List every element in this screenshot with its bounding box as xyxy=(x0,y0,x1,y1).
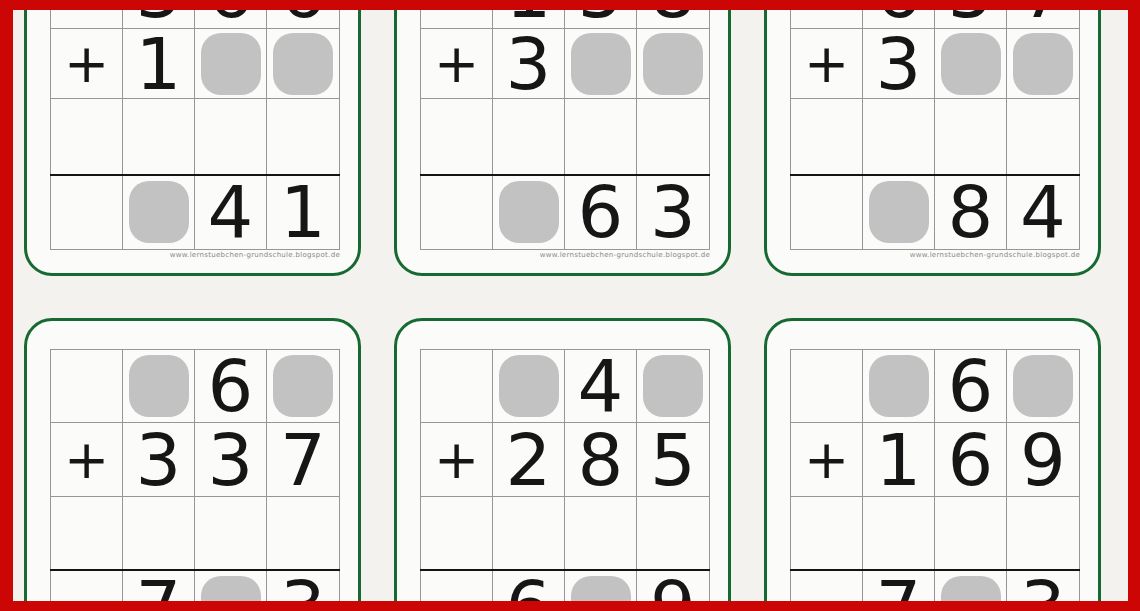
blank-cell xyxy=(267,350,339,423)
digit-cell: 3 xyxy=(195,423,267,497)
empty-cell xyxy=(421,175,493,249)
blank-square[interactable] xyxy=(129,355,189,417)
blank-cell xyxy=(123,175,195,249)
digit-cell: 5 xyxy=(637,423,709,497)
red-frame-top xyxy=(0,0,1140,10)
blank-cell xyxy=(863,350,935,423)
digit-cell: 1 xyxy=(863,423,935,497)
blank-square[interactable] xyxy=(643,355,703,417)
digit-cell: 4 xyxy=(1007,175,1079,249)
digit-cell: 4 xyxy=(195,175,267,249)
empty-cell xyxy=(123,497,195,570)
blank-square[interactable] xyxy=(129,181,189,243)
blank-square[interactable] xyxy=(499,355,559,417)
empty-cell xyxy=(51,350,123,423)
blank-square[interactable] xyxy=(201,33,261,95)
blank-square[interactable] xyxy=(273,355,333,417)
blank-cell xyxy=(493,350,565,423)
digit-cell: 6 xyxy=(195,350,267,423)
empty-cell xyxy=(565,497,637,570)
sum-line xyxy=(790,569,1080,571)
source-url: www.lernstuebchen-grundschule.blogspot.d… xyxy=(910,251,1080,259)
sum-line xyxy=(420,174,710,176)
empty-cell xyxy=(863,99,935,175)
addition-grid: 6+33773 xyxy=(50,349,340,611)
empty-cell xyxy=(421,350,493,423)
empty-cell xyxy=(493,99,565,175)
empty-cell xyxy=(123,99,195,175)
red-frame-bottom xyxy=(0,601,1140,611)
digit-cell: 2 xyxy=(493,423,565,497)
digit-cell: 3 xyxy=(637,175,709,249)
blank-square[interactable] xyxy=(571,33,631,95)
empty-cell xyxy=(267,497,339,570)
digit-cell: 3 xyxy=(123,423,195,497)
blank-square[interactable] xyxy=(869,355,929,417)
sum-line xyxy=(50,569,340,571)
red-frame-left xyxy=(0,0,13,611)
blank-cell xyxy=(1007,350,1079,423)
empty-cell xyxy=(935,497,1007,570)
empty-cell xyxy=(421,497,493,570)
worksheet-card-bottom-left: 6+33773 xyxy=(24,318,361,611)
blank-square[interactable] xyxy=(1013,355,1073,417)
digit-cell: 4 xyxy=(565,350,637,423)
blank-cell xyxy=(637,29,709,99)
empty-cell xyxy=(565,99,637,175)
blank-cell xyxy=(637,350,709,423)
worksheet-page: 366+141 www.lernstuebchen-grundschule.bl… xyxy=(0,0,1140,611)
blank-square[interactable] xyxy=(941,33,1001,95)
plus-sign: + xyxy=(421,29,493,99)
empty-cell xyxy=(421,99,493,175)
empty-cell xyxy=(1007,497,1079,570)
blank-cell xyxy=(863,175,935,249)
digit-cell: 1 xyxy=(123,29,195,99)
blank-cell xyxy=(493,175,565,249)
empty-cell xyxy=(195,99,267,175)
addition-grid: 6+16973 xyxy=(790,349,1080,611)
blank-cell xyxy=(1007,29,1079,99)
blank-square[interactable] xyxy=(1013,33,1073,95)
digit-cell: 3 xyxy=(863,29,935,99)
empty-cell xyxy=(51,99,123,175)
empty-cell xyxy=(791,175,863,249)
empty-cell xyxy=(863,497,935,570)
empty-cell xyxy=(267,99,339,175)
plus-sign: + xyxy=(791,29,863,99)
worksheet-card-top-middle: 158+363 www.lernstuebchen-grundschule.bl… xyxy=(394,0,731,276)
digit-cell: 6 xyxy=(935,350,1007,423)
digit-cell: 6 xyxy=(935,423,1007,497)
digit-cell: 1 xyxy=(267,175,339,249)
worksheet-card-bottom-right: 6+16973 xyxy=(764,318,1101,611)
empty-cell xyxy=(493,497,565,570)
blank-cell xyxy=(195,29,267,99)
empty-cell xyxy=(637,99,709,175)
addition-grid: 4+28569 xyxy=(420,349,710,611)
blank-square[interactable] xyxy=(273,33,333,95)
worksheet-card-bottom-middle: 4+28569 xyxy=(394,318,731,611)
empty-cell xyxy=(791,99,863,175)
red-frame-right xyxy=(1128,0,1140,611)
digit-cell: 8 xyxy=(935,175,1007,249)
empty-cell xyxy=(791,497,863,570)
sum-line xyxy=(50,174,340,176)
digit-cell: 6 xyxy=(565,175,637,249)
sum-line xyxy=(790,174,1080,176)
worksheet-card-top-left: 366+141 www.lernstuebchen-grundschule.bl… xyxy=(24,0,361,276)
addition-grid: 158+363 xyxy=(420,0,710,250)
addition-grid: 657+384 xyxy=(790,0,1080,250)
digit-cell: 8 xyxy=(565,423,637,497)
addition-grid: 366+141 xyxy=(50,0,340,250)
plus-sign: + xyxy=(421,423,493,497)
empty-cell xyxy=(935,99,1007,175)
plus-sign: + xyxy=(51,423,123,497)
blank-cell xyxy=(565,29,637,99)
empty-cell xyxy=(51,175,123,249)
empty-cell xyxy=(195,497,267,570)
blank-cell xyxy=(267,29,339,99)
empty-cell xyxy=(637,497,709,570)
source-url: www.lernstuebchen-grundschule.blogspot.d… xyxy=(170,251,340,259)
plus-sign: + xyxy=(791,423,863,497)
source-url: www.lernstuebchen-grundschule.blogspot.d… xyxy=(540,251,710,259)
empty-cell xyxy=(51,497,123,570)
digit-cell: 3 xyxy=(493,29,565,99)
digit-cell: 7 xyxy=(267,423,339,497)
empty-cell xyxy=(1007,99,1079,175)
blank-square[interactable] xyxy=(643,33,703,95)
worksheet-card-top-right: 657+384 www.lernstuebchen-grundschule.bl… xyxy=(764,0,1101,276)
blank-cell xyxy=(123,350,195,423)
empty-cell xyxy=(791,350,863,423)
blank-square[interactable] xyxy=(869,181,929,243)
blank-cell xyxy=(935,29,1007,99)
digit-cell: 9 xyxy=(1007,423,1079,497)
plus-sign: + xyxy=(51,29,123,99)
blank-square[interactable] xyxy=(499,181,559,243)
sum-line xyxy=(420,569,710,571)
